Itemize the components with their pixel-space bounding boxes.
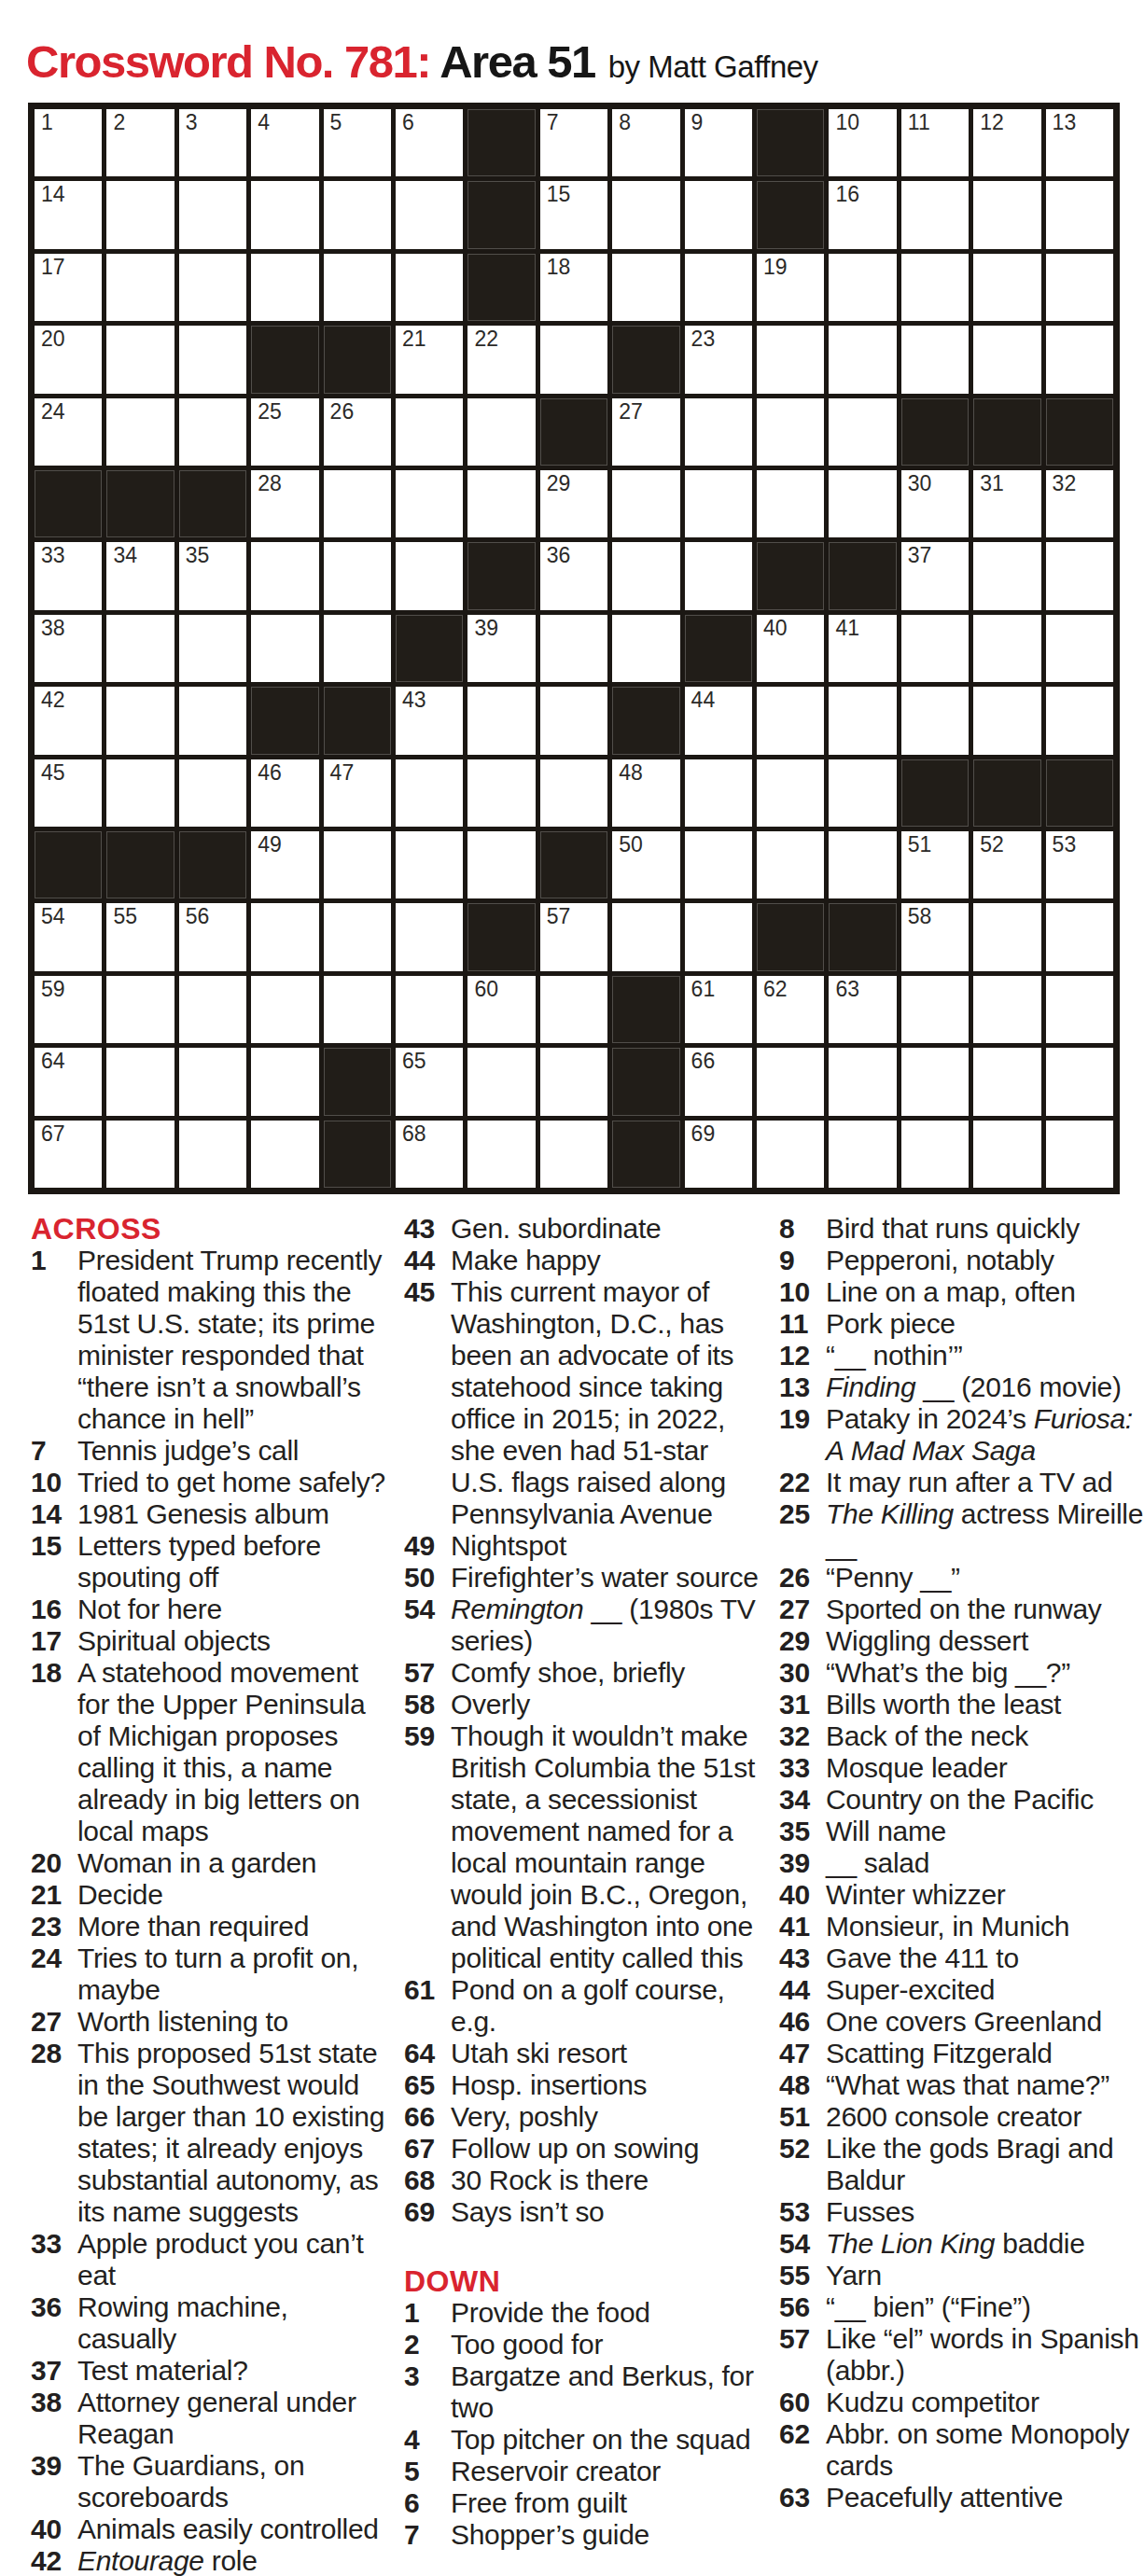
grid-cell[interactable]: 36 <box>540 542 607 609</box>
grid-cell[interactable]: 55 <box>106 903 174 970</box>
grid-cell[interactable]: 64 <box>35 1048 102 1115</box>
clue-text: Line on a map, often <box>826 1276 1076 1307</box>
clue-down-7: 7Shopper’s guide <box>404 2519 760 2551</box>
grid-cell[interactable] <box>251 976 318 1043</box>
clue-text: Fusses <box>826 2196 914 2227</box>
grid-cell[interactable] <box>1046 326 1113 393</box>
clue-down-39: 39__ salad <box>779 1847 1144 1879</box>
grid-cell[interactable] <box>251 254 318 321</box>
grid-cell[interactable] <box>467 687 535 754</box>
grid-cell[interactable] <box>396 542 463 609</box>
grid-cell[interactable] <box>829 831 896 898</box>
grid-cell[interactable] <box>757 1048 824 1115</box>
grid-cell[interactable]: 67 <box>35 1121 102 1188</box>
clue-text: Like the gods Bragi and Baldur <box>826 2133 1113 2195</box>
grid-cell[interactable] <box>1046 976 1113 1043</box>
grid-cell[interactable]: 24 <box>35 398 102 466</box>
grid-cell[interactable] <box>685 398 752 466</box>
grid-cell[interactable]: 31 <box>973 470 1040 537</box>
clue-number: 17 <box>31 1625 62 1657</box>
grid-cell[interactable]: 12 <box>973 109 1040 176</box>
clue-text: Woman in a garden <box>77 1847 316 1878</box>
grid-cell[interactable] <box>106 181 174 248</box>
grid-cell[interactable]: 37 <box>901 542 969 609</box>
grid-cell-black <box>757 181 824 248</box>
grid-cell[interactable]: 30 <box>901 470 969 537</box>
grid-cell[interactable] <box>973 1048 1040 1115</box>
grid-cell[interactable]: 20 <box>35 326 102 393</box>
grid-cell[interactable]: 10 <box>829 109 896 176</box>
grid-cell[interactable] <box>540 759 607 827</box>
grid-cell[interactable]: 54 <box>35 903 102 970</box>
grid-cell[interactable] <box>973 181 1040 248</box>
clue-across-69: 69Says isn’t so <box>404 2196 760 2228</box>
grid-cell[interactable] <box>901 1121 969 1188</box>
clue-down-26: 26“Penny __” <box>779 1562 1144 1594</box>
grid-cell[interactable]: 52 <box>973 831 1040 898</box>
grid-cell-black <box>612 1121 679 1188</box>
grid-cell[interactable]: 6 <box>396 109 463 176</box>
grid-cell[interactable] <box>901 1048 969 1115</box>
grid-cell[interactable] <box>324 615 391 682</box>
clue-text: Pork piece <box>826 1308 956 1339</box>
grid-cell[interactable] <box>757 326 824 393</box>
grid-cell[interactable]: 58 <box>901 903 969 970</box>
grid-cell[interactable] <box>106 687 174 754</box>
grid-cell[interactable] <box>540 1121 607 1188</box>
clue-text: “__ bien” (“Fine”) <box>826 2291 1031 2322</box>
grid-cell[interactable]: 9 <box>685 109 752 176</box>
grid-cell-black <box>106 470 174 537</box>
grid-cell[interactable]: 1 <box>35 109 102 176</box>
clue-number: 16 <box>31 1594 62 1625</box>
clue-down-63: 63Peacefully attentive <box>779 2482 1144 2513</box>
clue-text: Though it wouldn’t make British Columbia… <box>451 1720 755 1973</box>
grid-cell[interactable] <box>1046 254 1113 321</box>
grid-cell[interactable] <box>467 831 535 898</box>
grid-cell[interactable] <box>901 326 969 393</box>
grid-cell[interactable]: 26 <box>324 398 391 466</box>
grid-cell[interactable] <box>179 759 246 827</box>
cell-number: 36 <box>547 545 571 566</box>
clue-across-20: 20Woman in a garden <box>31 1847 387 1879</box>
cell-number: 5 <box>330 112 342 133</box>
clue-text: Says isn’t so <box>451 2196 605 2227</box>
grid-cell[interactable]: 57 <box>540 903 607 970</box>
grid-cell[interactable]: 15 <box>540 181 607 248</box>
grid-cell[interactable]: 49 <box>251 831 318 898</box>
grid-cell[interactable] <box>757 398 824 466</box>
grid-cell[interactable] <box>106 1121 174 1188</box>
grid-cell[interactable]: 51 <box>901 831 969 898</box>
grid-cell[interactable]: 32 <box>1046 470 1113 537</box>
grid-cell[interactable]: 33 <box>35 542 102 609</box>
grid-cell[interactable]: 42 <box>35 687 102 754</box>
cell-number: 54 <box>41 906 65 927</box>
grid-cell[interactable] <box>973 615 1040 682</box>
grid-cell[interactable] <box>829 254 896 321</box>
clue-across-50: 50Firefighter’s water source <box>404 1562 760 1594</box>
clue-text: Bird that runs quickly <box>826 1213 1080 1244</box>
grid-cell[interactable] <box>901 687 969 754</box>
clue-text: Remington __ (1980s TV series) <box>451 1594 755 1656</box>
grid-cell[interactable] <box>106 1048 174 1115</box>
grid-cell[interactable] <box>179 687 246 754</box>
grid-cell[interactable] <box>829 1121 896 1188</box>
grid-cell[interactable] <box>612 542 679 609</box>
grid-cell[interactable]: 62 <box>757 976 824 1043</box>
clue-number: 7 <box>404 2519 419 2551</box>
cell-number: 9 <box>691 112 704 133</box>
cell-number: 23 <box>691 328 716 350</box>
clue-number: 10 <box>779 1276 810 1308</box>
grid-cell[interactable] <box>251 1048 318 1115</box>
grid-cell[interactable] <box>251 903 318 970</box>
grid-cell[interactable] <box>685 903 752 970</box>
grid-cell[interactable] <box>973 1121 1040 1188</box>
grid-cell[interactable]: 5 <box>324 109 391 176</box>
grid-cell[interactable] <box>685 831 752 898</box>
grid-cell[interactable] <box>106 759 174 827</box>
grid-cell[interactable] <box>179 976 246 1043</box>
clue-text: Gave the 411 to <box>826 1942 1019 1973</box>
grid-cell[interactable] <box>757 470 824 537</box>
grid-cell[interactable] <box>540 615 607 682</box>
clue-text: Tries to turn a profit on, maybe <box>77 1942 358 2005</box>
cell-number: 57 <box>547 906 571 927</box>
grid-cell[interactable] <box>251 1121 318 1188</box>
grid-cell[interactable]: 48 <box>612 759 679 827</box>
cell-number: 21 <box>402 328 426 350</box>
grid-cell[interactable] <box>324 254 391 321</box>
clue-number: 49 <box>404 1530 435 1562</box>
clue-number: 62 <box>779 2418 810 2450</box>
grid-cell[interactable]: 25 <box>251 398 318 466</box>
cell-number: 67 <box>41 1123 65 1145</box>
clue-down-12: 12“__ nothin’” <box>779 1340 1144 1372</box>
grid-cell[interactable] <box>901 181 969 248</box>
grid-cell[interactable]: 7 <box>540 109 607 176</box>
clue-number: 61 <box>404 1974 435 2006</box>
clue-number: 60 <box>779 2387 810 2418</box>
grid-cell[interactable] <box>396 976 463 1043</box>
clue-number: 59 <box>404 1720 435 1752</box>
grid-cell[interactable] <box>324 181 391 248</box>
grid-cell[interactable] <box>396 470 463 537</box>
clue-text: Not for here <box>77 1594 222 1624</box>
grid-cell[interactable]: 39 <box>467 615 535 682</box>
grid-cell[interactable]: 61 <box>685 976 752 1043</box>
grid-cell[interactable] <box>396 181 463 248</box>
clue-down-6: 6Free from guilt <box>404 2487 760 2519</box>
clue-down-48: 48“What was that name?” <box>779 2069 1144 2101</box>
grid-cell[interactable]: 56 <box>179 903 246 970</box>
clue-text: Kudzu competitor <box>826 2387 1039 2417</box>
grid-cell-black <box>467 542 535 609</box>
clue-down-9: 9Pepperoni, notably <box>779 1245 1144 1276</box>
clue-number: 68 <box>404 2165 435 2196</box>
grid-cell[interactable]: 43 <box>396 687 463 754</box>
grid-cell[interactable] <box>829 326 896 393</box>
grid-cell[interactable] <box>324 831 391 898</box>
grid-cell[interactable] <box>973 542 1040 609</box>
grid-cell-black <box>396 615 463 682</box>
cell-number: 8 <box>619 112 631 133</box>
clue-down-54: 54The Lion King baddie <box>779 2228 1144 2260</box>
grid-cell[interactable]: 18 <box>540 254 607 321</box>
grid-cell[interactable] <box>685 181 752 248</box>
grid-cell[interactable] <box>1046 903 1113 970</box>
grid-cell[interactable] <box>829 759 896 827</box>
grid-cell[interactable]: 63 <box>829 976 896 1043</box>
grid-cell[interactable]: 28 <box>251 470 318 537</box>
grid-cell[interactable] <box>467 470 535 537</box>
across-header: ACROSS <box>31 1213 387 1245</box>
grid-cell[interactable] <box>612 903 679 970</box>
grid-cell[interactable] <box>901 615 969 682</box>
clue-number: 7 <box>31 1435 46 1467</box>
grid-cell[interactable] <box>467 1048 535 1115</box>
grid-cell[interactable] <box>324 903 391 970</box>
grid-cell[interactable] <box>1046 1048 1113 1115</box>
clue-number: 63 <box>779 2482 810 2513</box>
grid-cell[interactable] <box>829 687 896 754</box>
grid-cell[interactable]: 35 <box>179 542 246 609</box>
clue-text: Shopper’s guide <box>451 2519 649 2550</box>
grid-cell[interactable] <box>179 1048 246 1115</box>
grid-cell[interactable] <box>685 470 752 537</box>
grid-cell-black <box>540 831 607 898</box>
grid-cell[interactable] <box>1046 687 1113 754</box>
grid-cell[interactable]: 41 <box>829 615 896 682</box>
grid-cell[interactable] <box>829 470 896 537</box>
grid-cell[interactable] <box>1046 615 1113 682</box>
clue-text: Mosque leader <box>826 1752 1008 1783</box>
clue-down-1: 1Provide the food <box>404 2297 760 2329</box>
clue-text: “__ nothin’” <box>826 1340 963 1371</box>
grid-cell[interactable] <box>757 1121 824 1188</box>
clue-number: 1 <box>31 1245 46 1276</box>
grid-cell[interactable]: 46 <box>251 759 318 827</box>
grid-cell[interactable] <box>973 254 1040 321</box>
clue-number: 27 <box>31 2006 62 2038</box>
grid-cell[interactable] <box>467 759 535 827</box>
grid-cell[interactable]: 22 <box>467 326 535 393</box>
grid-cell[interactable] <box>1046 1121 1113 1188</box>
grid-cell[interactable]: 34 <box>106 542 174 609</box>
grid-cell[interactable] <box>396 398 463 466</box>
grid-cell-black <box>1046 398 1113 466</box>
clue-down-32: 32Back of the neck <box>779 1720 1144 1752</box>
grid-cell[interactable] <box>829 398 896 466</box>
clue-number: 57 <box>779 2323 810 2355</box>
grid-cell[interactable] <box>251 181 318 248</box>
clue-number: 2 <box>404 2329 419 2360</box>
clue-number: 32 <box>779 1720 810 1752</box>
clue-text: Make happy <box>451 1245 600 1275</box>
grid-cell[interactable] <box>467 398 535 466</box>
clue-text: The Lion King baddie <box>826 2228 1085 2259</box>
grid-cell[interactable] <box>540 976 607 1043</box>
clue-text: “What’s the big __?” <box>826 1657 1070 1688</box>
grid-cell[interactable]: 66 <box>685 1048 752 1115</box>
grid-cell-black <box>179 470 246 537</box>
grid-cell[interactable] <box>467 1121 535 1188</box>
grid-cell[interactable]: 45 <box>35 759 102 827</box>
cell-number: 59 <box>41 979 65 1000</box>
grid-cell[interactable] <box>612 254 679 321</box>
cell-number: 33 <box>41 545 65 566</box>
clue-number: 43 <box>404 1213 435 1245</box>
cell-number: 17 <box>41 257 65 278</box>
clue-text: “What was that name?” <box>826 2069 1109 2100</box>
cell-number: 25 <box>258 401 282 423</box>
grid-cell[interactable]: 4 <box>251 109 318 176</box>
grid-cell[interactable] <box>973 326 1040 393</box>
grid-cell[interactable] <box>106 615 174 682</box>
grid-cell[interactable]: 60 <box>467 976 535 1043</box>
grid-cell[interactable] <box>901 254 969 321</box>
clue-text: Pataky in 2024’s Furiosa: A Mad Max Saga <box>826 1403 1133 1466</box>
cell-number: 42 <box>41 689 65 711</box>
grid-cell[interactable] <box>1046 542 1113 609</box>
cell-number: 60 <box>474 979 498 1000</box>
grid-cell[interactable] <box>685 542 752 609</box>
grid-cell-black <box>757 542 824 609</box>
grid-cell[interactable] <box>324 470 391 537</box>
grid-cell-black <box>324 1121 391 1188</box>
grid-cell[interactable] <box>540 1048 607 1115</box>
clue-text: The Guardians, on scoreboards <box>77 2450 304 2513</box>
clue-text: Wiggling dessert <box>826 1625 1028 1656</box>
grid-cell[interactable] <box>179 181 246 248</box>
grid-cell[interactable] <box>540 687 607 754</box>
clue-text: Spiritual objects <box>77 1625 271 1656</box>
grid-cell[interactable] <box>324 976 391 1043</box>
grid-cell[interactable] <box>396 903 463 970</box>
grid-cell[interactable] <box>540 326 607 393</box>
grid-cell[interactable] <box>973 687 1040 754</box>
grid-cell[interactable]: 11 <box>901 109 969 176</box>
clue-down-8: 8Bird that runs quickly <box>779 1213 1144 1245</box>
clue-across-37: 37Test material? <box>31 2355 387 2387</box>
grid-cell[interactable] <box>757 831 824 898</box>
grid-cell[interactable]: 2 <box>106 109 174 176</box>
grid-cell[interactable] <box>757 687 824 754</box>
clue-number: 3 <box>404 2360 419 2392</box>
grid-cell[interactable] <box>612 470 679 537</box>
grid-cell[interactable]: 16 <box>829 181 896 248</box>
clue-number: 66 <box>404 2101 435 2133</box>
cell-number: 56 <box>186 906 210 927</box>
clue-text: Tennis judge’s call <box>77 1435 299 1466</box>
grid-cell[interactable] <box>179 326 246 393</box>
clue-text: This current mayor of Washington, D.C., … <box>451 1276 733 1529</box>
cell-number: 20 <box>41 328 65 350</box>
clue-down-27: 27Sported on the runway <box>779 1594 1144 1625</box>
grid-cell[interactable]: 19 <box>757 254 824 321</box>
clue-down-33: 33Mosque leader <box>779 1752 1144 1784</box>
grid-cell[interactable] <box>396 254 463 321</box>
grid-cell[interactable] <box>829 1048 896 1115</box>
grid-cell[interactable] <box>685 254 752 321</box>
grid-cell[interactable]: 38 <box>35 615 102 682</box>
grid-cell[interactable] <box>251 542 318 609</box>
grid-cell[interactable] <box>396 759 463 827</box>
grid-cell[interactable] <box>685 759 752 827</box>
grid-cell[interactable] <box>324 542 391 609</box>
cell-number: 30 <box>908 473 932 494</box>
grid-cell[interactable] <box>106 398 174 466</box>
page-title: Crossword No. 781:Area 51by Matt Gaffney <box>26 35 818 88</box>
clue-number: 21 <box>31 1879 62 1911</box>
grid-cell[interactable] <box>179 254 246 321</box>
clue-text: __ salad <box>826 1847 929 1878</box>
grid-cell[interactable] <box>1046 181 1113 248</box>
grid-cell[interactable] <box>179 615 246 682</box>
cell-number: 34 <box>113 545 137 566</box>
cell-number: 6 <box>402 112 414 133</box>
clue-across-49: 49Nightspot <box>404 1530 760 1562</box>
grid-cell[interactable] <box>179 398 246 466</box>
grid-cell[interactable] <box>973 976 1040 1043</box>
grid-cell[interactable] <box>901 976 969 1043</box>
grid-cell[interactable] <box>612 615 679 682</box>
grid-cell[interactable] <box>612 181 679 248</box>
grid-cell[interactable]: 47 <box>324 759 391 827</box>
grid-cell[interactable]: 69 <box>685 1121 752 1188</box>
title-series: Crossword No. 781: <box>26 36 430 87</box>
grid-cell[interactable]: 8 <box>612 109 679 176</box>
grid-cell[interactable]: 29 <box>540 470 607 537</box>
grid-cell[interactable] <box>106 326 174 393</box>
clue-across-54: 54Remington __ (1980s TV series) <box>404 1594 760 1657</box>
grid-cell[interactable]: 13 <box>1046 109 1113 176</box>
grid-cell[interactable]: 44 <box>685 687 752 754</box>
grid-cell[interactable] <box>106 976 174 1043</box>
grid-cell[interactable]: 40 <box>757 615 824 682</box>
grid-cell[interactable]: 3 <box>179 109 246 176</box>
grid-cell[interactable] <box>179 1121 246 1188</box>
grid-cell[interactable] <box>757 759 824 827</box>
grid-cell-black <box>467 254 535 321</box>
clue-text: Gen. subordinate <box>451 1213 661 1244</box>
cell-number: 55 <box>113 906 137 927</box>
grid-cell[interactable]: 27 <box>612 398 679 466</box>
grid-cell[interactable] <box>251 615 318 682</box>
clue-across-36: 36Rowing machine, casually <box>31 2291 387 2355</box>
grid-cell[interactable]: 23 <box>685 326 752 393</box>
grid-cell[interactable]: 59 <box>35 976 102 1043</box>
grid-cell[interactable]: 17 <box>35 254 102 321</box>
crossword-grid: 1234567891011121314151617181920212223242… <box>28 103 1120 1194</box>
grid-cell[interactable] <box>106 254 174 321</box>
grid-cell[interactable] <box>973 903 1040 970</box>
grid-cell-black <box>612 1048 679 1115</box>
grid-cell[interactable]: 53 <box>1046 831 1113 898</box>
down-header: DOWN <box>404 2265 760 2297</box>
clue-text: Nightspot <box>451 1530 566 1561</box>
clue-number: 39 <box>779 1847 810 1879</box>
grid-cell[interactable]: 50 <box>612 831 679 898</box>
grid-cell[interactable]: 21 <box>396 326 463 393</box>
grid-cell[interactable] <box>396 831 463 898</box>
grid-cell[interactable]: 65 <box>396 1048 463 1115</box>
clue-number: 8 <box>779 1213 794 1245</box>
grid-cell[interactable]: 68 <box>396 1121 463 1188</box>
cell-number: 24 <box>41 401 65 423</box>
grid-cell[interactable]: 14 <box>35 181 102 248</box>
